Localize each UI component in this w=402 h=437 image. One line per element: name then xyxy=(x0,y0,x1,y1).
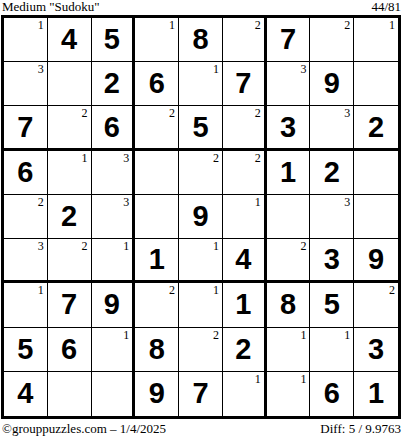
footer: ©grouppuzzles.com – 1/4/2025 Diff: 5 / 9… xyxy=(2,420,401,436)
cell-value: 1 xyxy=(235,290,251,319)
cells-remaining-counter: 44/81 xyxy=(371,0,401,14)
corner-mark: 3 xyxy=(38,62,44,76)
cell-r2c3[interactable]: 2 xyxy=(92,62,136,106)
cell-value: 4 xyxy=(17,379,33,408)
corner-mark: 2 xyxy=(255,18,261,32)
cell-r2c9[interactable] xyxy=(354,62,398,106)
cell-r9c2[interactable] xyxy=(48,372,92,416)
cell-value: 9 xyxy=(324,69,340,98)
cell-value: 7 xyxy=(17,113,33,142)
corner-mark: 1 xyxy=(255,195,261,209)
corner-mark: 1 xyxy=(213,62,219,76)
cell-value: 8 xyxy=(280,290,296,319)
cell-value: 1 xyxy=(368,379,384,408)
cell-r1c4[interactable]: 1 xyxy=(135,18,179,62)
cell-r8c1[interactable]: 5 xyxy=(4,328,48,372)
cell-r9c6[interactable]: 1 xyxy=(223,372,267,416)
corner-mark: 2 xyxy=(389,283,395,297)
cell-r7c1[interactable]: 1 xyxy=(4,283,48,327)
corner-mark: 2 xyxy=(300,239,306,253)
sudoku-board: 1451827213261739726252332613221222391332… xyxy=(1,15,401,419)
corner-mark: 3 xyxy=(344,106,350,120)
cell-value: 2 xyxy=(235,335,251,364)
cell-r7c9[interactable]: 2 xyxy=(354,283,398,327)
cell-r6c2[interactable]: 2 xyxy=(48,239,92,283)
corner-mark: 1 xyxy=(38,283,44,297)
cell-r9c8[interactable]: 6 xyxy=(310,372,354,416)
cell-r4c8[interactable]: 2 xyxy=(310,151,354,195)
corner-mark: 1 xyxy=(169,18,175,32)
corner-mark: 1 xyxy=(213,283,219,297)
cell-r1c5[interactable]: 8 xyxy=(179,18,223,62)
corner-mark: 2 xyxy=(82,239,88,253)
cell-r9c3[interactable] xyxy=(92,372,136,416)
cell-r3c5[interactable]: 5 xyxy=(179,106,223,150)
cell-r6c4[interactable]: 1 xyxy=(135,239,179,283)
cell-value: 2 xyxy=(368,113,384,142)
cell-r3c7[interactable]: 3 xyxy=(267,106,311,150)
cell-r2c7[interactable]: 3 xyxy=(267,62,311,106)
cell-r6c1[interactable]: 3 xyxy=(4,239,48,283)
corner-mark: 1 xyxy=(255,372,261,386)
corner-mark: 2 xyxy=(169,283,175,297)
cell-value: 6 xyxy=(324,379,340,408)
cell-r4c5[interactable]: 2 xyxy=(179,151,223,195)
cell-r1c6[interactable]: 2 xyxy=(223,18,267,62)
cell-r8c4[interactable]: 8 xyxy=(135,328,179,372)
cell-value: 9 xyxy=(149,379,165,408)
cell-r7c6[interactable]: 1 xyxy=(223,283,267,327)
cell-r3c3[interactable]: 6 xyxy=(92,106,136,150)
cell-r9c1[interactable]: 4 xyxy=(4,372,48,416)
cell-r9c5[interactable]: 7 xyxy=(179,372,223,416)
corner-mark: 3 xyxy=(123,151,129,165)
cell-r7c3[interactable]: 9 xyxy=(92,283,136,327)
difficulty-label: Diff: 5 / 9.9763 xyxy=(320,421,401,436)
cell-r9c9[interactable]: 1 xyxy=(354,372,398,416)
corner-mark: 2 xyxy=(169,106,175,120)
cell-r4c7[interactable]: 1 xyxy=(267,151,311,195)
corner-mark: 1 xyxy=(389,18,395,32)
cell-value: 2 xyxy=(61,202,77,231)
cell-value: 7 xyxy=(235,69,251,98)
corner-mark: 1 xyxy=(123,328,129,342)
corner-mark: 1 xyxy=(82,151,88,165)
cell-r8c7[interactable]: 1 xyxy=(267,328,311,372)
cell-r8c2[interactable]: 6 xyxy=(48,328,92,372)
cell-value: 8 xyxy=(149,335,165,364)
cell-value: 9 xyxy=(104,290,120,319)
cell-r3c8[interactable]: 3 xyxy=(310,106,354,150)
corner-mark: 1 xyxy=(300,328,306,342)
cell-value: 3 xyxy=(368,335,384,364)
cell-value: 8 xyxy=(192,25,208,54)
cell-r1c7[interactable]: 7 xyxy=(267,18,311,62)
cell-r1c9[interactable]: 1 xyxy=(354,18,398,62)
corner-mark: 2 xyxy=(255,106,261,120)
corner-mark: 2 xyxy=(213,328,219,342)
cell-r8c9[interactable]: 3 xyxy=(354,328,398,372)
corner-mark: 2 xyxy=(344,18,350,32)
corner-mark: 1 xyxy=(300,372,306,386)
cell-value: 6 xyxy=(61,335,77,364)
corner-mark: 3 xyxy=(123,195,129,209)
cell-r4c2[interactable]: 1 xyxy=(48,151,92,195)
copyright-credit: ©grouppuzzles.com – 1/4/2025 xyxy=(2,421,166,436)
cell-r7c2[interactable]: 7 xyxy=(48,283,92,327)
cell-r5c7[interactable] xyxy=(267,195,311,239)
cell-r1c3[interactable]: 5 xyxy=(92,18,136,62)
cell-r4c1[interactable]: 6 xyxy=(4,151,48,195)
cell-r5c5[interactable]: 9 xyxy=(179,195,223,239)
corner-mark: 1 xyxy=(213,239,219,253)
cell-r2c6[interactable]: 7 xyxy=(223,62,267,106)
cell-value: 6 xyxy=(104,113,120,142)
cell-r5c9[interactable] xyxy=(354,195,398,239)
cell-r3c4[interactable]: 2 xyxy=(135,106,179,150)
corner-mark: 2 xyxy=(255,151,261,165)
cell-value: 2 xyxy=(104,69,120,98)
cell-r4c3[interactable]: 3 xyxy=(92,151,136,195)
cell-value: 5 xyxy=(17,335,33,364)
cell-r1c8[interactable]: 2 xyxy=(310,18,354,62)
cell-r2c5[interactable]: 1 xyxy=(179,62,223,106)
cell-r7c8[interactable]: 5 xyxy=(310,283,354,327)
corner-mark: 1 xyxy=(38,18,44,32)
cell-r2c4[interactable]: 6 xyxy=(135,62,179,106)
cell-r5c6[interactable]: 1 xyxy=(223,195,267,239)
cell-r2c2[interactable] xyxy=(48,62,92,106)
cell-value: 9 xyxy=(368,245,384,274)
cell-r9c7[interactable]: 1 xyxy=(267,372,311,416)
cell-value: 6 xyxy=(17,158,33,187)
cell-value: 9 xyxy=(192,202,208,231)
cell-r5c3[interactable]: 3 xyxy=(92,195,136,239)
cell-r6c8[interactable]: 3 xyxy=(310,239,354,283)
cell-r3c1[interactable]: 7 xyxy=(4,106,48,150)
cell-r8c5[interactable]: 2 xyxy=(179,328,223,372)
cell-r5c4[interactable] xyxy=(135,195,179,239)
cell-r7c5[interactable]: 1 xyxy=(179,283,223,327)
sudoku-page: Medium "Sudoku" 44/81 145182721326173972… xyxy=(0,0,402,437)
page-title: Medium "Sudoku" xyxy=(2,0,100,14)
cell-r6c9[interactable]: 9 xyxy=(354,239,398,283)
cell-r5c8[interactable]: 3 xyxy=(310,195,354,239)
cell-value: 4 xyxy=(61,25,77,54)
cell-r3c6[interactable]: 2 xyxy=(223,106,267,150)
corner-mark: 2 xyxy=(38,195,44,209)
cell-r3c2[interactable]: 2 xyxy=(48,106,92,150)
cell-r6c7[interactable]: 2 xyxy=(267,239,311,283)
cell-value: 7 xyxy=(61,290,77,319)
cell-r5c2[interactable]: 2 xyxy=(48,195,92,239)
cell-value: 5 xyxy=(324,290,340,319)
cell-value: 3 xyxy=(280,113,296,142)
cell-r4c9[interactable] xyxy=(354,151,398,195)
corner-mark: 2 xyxy=(82,106,88,120)
corner-mark: 2 xyxy=(213,151,219,165)
cell-r3c9[interactable]: 2 xyxy=(354,106,398,150)
cell-r1c1[interactable]: 1 xyxy=(4,18,48,62)
corner-mark: 3 xyxy=(344,195,350,209)
header: Medium "Sudoku" 44/81 xyxy=(2,0,401,15)
cell-r8c6[interactable]: 2 xyxy=(223,328,267,372)
cell-r7c7[interactable]: 8 xyxy=(267,283,311,327)
cell-value: 5 xyxy=(192,113,208,142)
cell-r9c4[interactable]: 9 xyxy=(135,372,179,416)
cell-r4c6[interactable]: 2 xyxy=(223,151,267,195)
cell-r2c8[interactable]: 9 xyxy=(310,62,354,106)
cell-value: 4 xyxy=(235,245,251,274)
cell-r6c5[interactable]: 1 xyxy=(179,239,223,283)
cell-value: 3 xyxy=(324,245,340,274)
cell-r2c1[interactable]: 3 xyxy=(4,62,48,106)
cell-value: 2 xyxy=(324,158,340,187)
cell-value: 1 xyxy=(280,158,296,187)
corner-mark: 1 xyxy=(123,239,129,253)
cell-r8c8[interactable]: 1 xyxy=(310,328,354,372)
cell-value: 1 xyxy=(149,245,165,274)
corner-mark: 3 xyxy=(38,239,44,253)
cell-r7c4[interactable]: 2 xyxy=(135,283,179,327)
cell-r4c4[interactable] xyxy=(135,151,179,195)
cell-value: 7 xyxy=(192,379,208,408)
cell-r6c3[interactable]: 1 xyxy=(92,239,136,283)
cell-r1c2[interactable]: 4 xyxy=(48,18,92,62)
corner-mark: 1 xyxy=(344,328,350,342)
cell-value: 5 xyxy=(104,25,120,54)
cell-value: 6 xyxy=(149,69,165,98)
cell-r6c6[interactable]: 4 xyxy=(223,239,267,283)
corner-mark: 3 xyxy=(300,62,306,76)
cell-r5c1[interactable]: 2 xyxy=(4,195,48,239)
cell-r8c3[interactable]: 1 xyxy=(92,328,136,372)
cell-value: 7 xyxy=(280,25,296,54)
